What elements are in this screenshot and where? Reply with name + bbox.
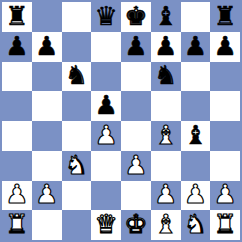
square-d2[interactable] xyxy=(91,181,121,211)
piece-black-pawn: ♟ xyxy=(5,33,28,59)
piece-black-knight: ♞ xyxy=(65,62,88,88)
square-g2[interactable]: ♟ xyxy=(181,181,211,211)
square-b4[interactable] xyxy=(32,121,62,151)
square-a6[interactable] xyxy=(2,62,32,92)
square-c1[interactable] xyxy=(62,210,92,240)
piece-black-pawn: ♟ xyxy=(124,33,147,59)
piece-white-bishop: ♝ xyxy=(154,211,177,237)
piece-white-pawn: ♟ xyxy=(184,181,207,207)
square-d1[interactable]: ♛ xyxy=(91,210,121,240)
square-d4[interactable]: ♟ xyxy=(91,121,121,151)
chess-board: ♜♛♚♝♜♟♟♟♟♟♟♞♞♟♟♝♝♞♟♟♟♟♟♟♜♛♚♝♞♜ xyxy=(2,2,240,240)
square-f5[interactable] xyxy=(151,91,181,121)
square-h7[interactable]: ♟ xyxy=(210,32,240,62)
square-b8[interactable] xyxy=(32,2,62,32)
square-c3[interactable]: ♞ xyxy=(62,151,92,181)
piece-black-pawn: ♟ xyxy=(35,33,58,59)
piece-white-queen: ♛ xyxy=(94,211,117,237)
square-h8[interactable]: ♜ xyxy=(210,2,240,32)
square-e7[interactable]: ♟ xyxy=(121,32,151,62)
square-a3[interactable] xyxy=(2,151,32,181)
square-f6[interactable]: ♞ xyxy=(151,62,181,92)
square-g7[interactable]: ♟ xyxy=(181,32,211,62)
square-e8[interactable]: ♚ xyxy=(121,2,151,32)
square-b2[interactable]: ♟ xyxy=(32,181,62,211)
square-e2[interactable] xyxy=(121,181,151,211)
square-a4[interactable] xyxy=(2,121,32,151)
square-e5[interactable] xyxy=(121,91,151,121)
piece-white-pawn: ♟ xyxy=(94,122,117,148)
square-e4[interactable] xyxy=(121,121,151,151)
square-h3[interactable] xyxy=(210,151,240,181)
square-d7[interactable] xyxy=(91,32,121,62)
piece-black-pawn: ♟ xyxy=(184,33,207,59)
square-b1[interactable] xyxy=(32,210,62,240)
square-g4[interactable]: ♝ xyxy=(181,121,211,151)
square-g6[interactable] xyxy=(181,62,211,92)
square-b5[interactable] xyxy=(32,91,62,121)
piece-black-rook: ♜ xyxy=(213,3,236,29)
piece-white-pawn: ♟ xyxy=(154,181,177,207)
piece-white-bishop: ♝ xyxy=(154,122,177,148)
piece-white-pawn: ♟ xyxy=(213,181,236,207)
piece-black-queen: ♛ xyxy=(94,3,117,29)
square-g3[interactable] xyxy=(181,151,211,181)
piece-black-king: ♚ xyxy=(124,3,147,29)
square-h6[interactable] xyxy=(210,62,240,92)
square-a1[interactable]: ♜ xyxy=(2,210,32,240)
square-g8[interactable] xyxy=(181,2,211,32)
square-e6[interactable] xyxy=(121,62,151,92)
square-a2[interactable]: ♟ xyxy=(2,181,32,211)
square-a5[interactable] xyxy=(2,91,32,121)
square-f8[interactable]: ♝ xyxy=(151,2,181,32)
square-d5[interactable]: ♟ xyxy=(91,91,121,121)
square-h4[interactable] xyxy=(210,121,240,151)
square-a7[interactable]: ♟ xyxy=(2,32,32,62)
piece-white-knight: ♞ xyxy=(184,211,207,237)
square-h5[interactable] xyxy=(210,91,240,121)
square-c6[interactable]: ♞ xyxy=(62,62,92,92)
piece-black-pawn: ♟ xyxy=(94,92,117,118)
square-b7[interactable]: ♟ xyxy=(32,32,62,62)
square-h2[interactable]: ♟ xyxy=(210,181,240,211)
square-g5[interactable] xyxy=(181,91,211,121)
square-e3[interactable]: ♟ xyxy=(121,151,151,181)
piece-white-knight: ♞ xyxy=(65,152,88,178)
piece-black-bishop: ♝ xyxy=(184,122,207,148)
square-c7[interactable] xyxy=(62,32,92,62)
piece-white-rook: ♜ xyxy=(213,211,236,237)
square-f2[interactable]: ♟ xyxy=(151,181,181,211)
piece-black-rook: ♜ xyxy=(5,3,28,29)
square-f4[interactable]: ♝ xyxy=(151,121,181,151)
square-b3[interactable] xyxy=(32,151,62,181)
square-f1[interactable]: ♝ xyxy=(151,210,181,240)
square-b6[interactable] xyxy=(32,62,62,92)
piece-white-king: ♚ xyxy=(124,211,147,237)
piece-black-knight: ♞ xyxy=(154,62,177,88)
square-c4[interactable] xyxy=(62,121,92,151)
square-d3[interactable] xyxy=(91,151,121,181)
square-e1[interactable]: ♚ xyxy=(121,210,151,240)
square-f7[interactable]: ♟ xyxy=(151,32,181,62)
piece-black-bishop: ♝ xyxy=(154,3,177,29)
chess-board-frame: ♜♛♚♝♜♟♟♟♟♟♟♞♞♟♟♝♝♞♟♟♟♟♟♟♜♛♚♝♞♜ xyxy=(0,0,242,242)
piece-black-pawn: ♟ xyxy=(154,33,177,59)
square-h1[interactable]: ♜ xyxy=(210,210,240,240)
piece-white-pawn: ♟ xyxy=(5,181,28,207)
square-f3[interactable] xyxy=(151,151,181,181)
square-g1[interactable]: ♞ xyxy=(181,210,211,240)
square-d8[interactable]: ♛ xyxy=(91,2,121,32)
piece-black-pawn: ♟ xyxy=(213,33,236,59)
square-c8[interactable] xyxy=(62,2,92,32)
piece-white-pawn: ♟ xyxy=(124,152,147,178)
square-d6[interactable] xyxy=(91,62,121,92)
square-c2[interactable] xyxy=(62,181,92,211)
square-a8[interactable]: ♜ xyxy=(2,2,32,32)
piece-white-pawn: ♟ xyxy=(35,181,58,207)
square-c5[interactable] xyxy=(62,91,92,121)
piece-white-rook: ♜ xyxy=(5,211,28,237)
